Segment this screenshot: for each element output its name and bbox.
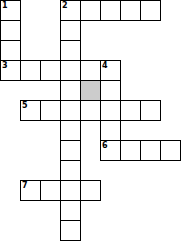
crossword-cell[interactable] [60, 140, 81, 161]
crossword-cell-shaded[interactable] [80, 80, 101, 101]
crossword-cell[interactable] [60, 60, 81, 81]
crossword-cell[interactable] [60, 40, 81, 61]
crossword-cell[interactable] [80, 0, 101, 21]
clue-number: 3 [2, 61, 8, 70]
crossword-cell[interactable] [140, 100, 161, 121]
clue-number: 2 [62, 1, 68, 10]
crossword-cell[interactable] [120, 0, 141, 21]
crossword-cell[interactable] [60, 180, 81, 201]
crossword-cell[interactable]: 5 [20, 100, 41, 121]
crossword-cell[interactable] [0, 40, 21, 61]
crossword-cell[interactable] [40, 60, 61, 81]
crossword-cell[interactable] [100, 0, 121, 21]
crossword-cell[interactable] [120, 140, 141, 161]
crossword-cell[interactable] [140, 0, 161, 21]
crossword-cell[interactable]: 7 [20, 180, 41, 201]
crossword-cell[interactable]: 3 [0, 60, 21, 81]
crossword-cell[interactable] [100, 80, 121, 101]
crossword-cell[interactable]: 1 [0, 0, 21, 21]
clue-number: 7 [22, 181, 28, 190]
crossword-cell[interactable] [160, 140, 181, 161]
crossword-cell[interactable] [60, 160, 81, 181]
crossword-cell[interactable] [40, 100, 61, 121]
clue-number: 1 [2, 1, 8, 10]
crossword-cell[interactable]: 4 [100, 60, 121, 81]
crossword-cell[interactable] [20, 60, 41, 81]
clue-number: 5 [22, 101, 28, 110]
clue-number: 4 [102, 61, 108, 70]
crossword-cell[interactable] [140, 140, 161, 161]
crossword-cell[interactable] [100, 100, 121, 121]
crossword-cell[interactable]: 2 [60, 0, 81, 21]
crossword-cell[interactable] [60, 220, 81, 241]
crossword-cell[interactable] [80, 60, 101, 81]
crossword-board: 1234567 [0, 0, 181, 241]
crossword-cell[interactable] [80, 180, 101, 201]
crossword-cell[interactable] [100, 120, 121, 141]
crossword-cell[interactable] [60, 20, 81, 41]
crossword-cell[interactable] [60, 120, 81, 141]
crossword-cell[interactable] [60, 100, 81, 121]
crossword-cell[interactable] [120, 100, 141, 121]
crossword-cell[interactable]: 6 [100, 140, 121, 161]
crossword-cell[interactable] [40, 180, 61, 201]
clue-number: 6 [102, 141, 108, 150]
crossword-cell[interactable] [80, 100, 101, 121]
crossword-cell[interactable] [0, 20, 21, 41]
crossword-cell[interactable] [60, 80, 81, 101]
crossword-cell[interactable] [60, 200, 81, 221]
